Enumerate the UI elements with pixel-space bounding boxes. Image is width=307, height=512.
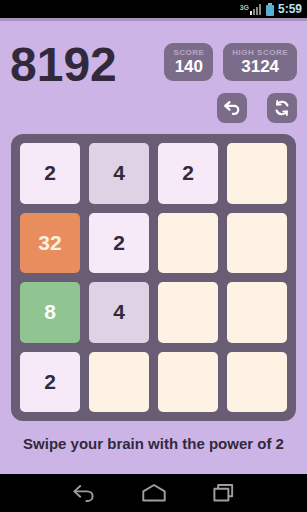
empty-cell bbox=[227, 282, 287, 343]
empty-cell bbox=[227, 213, 287, 274]
battery-icon bbox=[266, 3, 274, 16]
app-title: 8192 bbox=[10, 43, 117, 87]
back-icon bbox=[70, 481, 98, 505]
tile-2: 2 bbox=[20, 352, 80, 413]
header: 8192 SCORE 140 HIGH SCORE 3124 bbox=[0, 21, 307, 134]
restart-button[interactable] bbox=[267, 93, 297, 123]
tile-4: 4 bbox=[89, 282, 149, 343]
network-type-label: 3G bbox=[240, 4, 249, 11]
score-value: 140 bbox=[173, 58, 204, 76]
high-score-label: HIGH SCORE bbox=[232, 48, 288, 57]
empty-cell bbox=[158, 282, 218, 343]
home-button[interactable] bbox=[139, 481, 169, 505]
tile-32: 32 bbox=[20, 213, 80, 274]
tile-4: 4 bbox=[89, 143, 149, 204]
empty-cell bbox=[227, 352, 287, 413]
tile-8: 8 bbox=[20, 282, 80, 343]
refresh-icon bbox=[272, 98, 292, 118]
signal-icon: 3G bbox=[240, 3, 262, 15]
tile-2: 2 bbox=[89, 213, 149, 274]
undo-icon bbox=[222, 98, 242, 118]
status-bar: 3G 5:59 bbox=[0, 0, 307, 18]
tagline: Swipe your brain with the power of 2 bbox=[0, 435, 307, 452]
score-badge: SCORE 140 bbox=[164, 43, 213, 81]
empty-cell bbox=[89, 352, 149, 413]
home-icon bbox=[139, 481, 169, 505]
empty-cell bbox=[158, 352, 218, 413]
android-nav-bar bbox=[0, 474, 307, 512]
high-score-badge: HIGH SCORE 3124 bbox=[223, 43, 297, 81]
score-label: SCORE bbox=[173, 48, 204, 57]
game-board[interactable]: 242322842 bbox=[11, 134, 296, 421]
tile-2: 2 bbox=[20, 143, 80, 204]
back-button[interactable] bbox=[70, 481, 98, 505]
empty-cell bbox=[158, 213, 218, 274]
game-screen: 8192 SCORE 140 HIGH SCORE 3124 bbox=[0, 21, 307, 477]
empty-cell bbox=[227, 143, 287, 204]
undo-button[interactable] bbox=[217, 93, 247, 123]
recents-button[interactable] bbox=[209, 481, 237, 505]
recents-icon bbox=[209, 481, 237, 505]
tile-2: 2 bbox=[158, 143, 218, 204]
high-score-value: 3124 bbox=[232, 58, 288, 76]
clock: 5:59 bbox=[278, 2, 302, 16]
